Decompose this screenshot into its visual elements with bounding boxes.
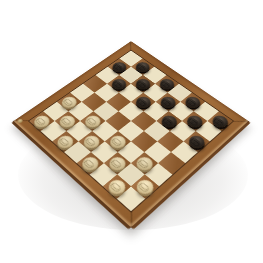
photo-scene: ⛂⛂⛂⛂⛂⛂⛂⛂⛂⛂⛂⛂⛀⛀⛀⛀⛀⛀⛀⛀⛀⛀⛀⛀ [0, 0, 263, 263]
dark-man-glyph-icon: ⛂ [134, 77, 151, 90]
frame-mitre-joint [233, 121, 248, 122]
frame-mitre-joint [130, 41, 131, 50]
light-man-glyph-icon: ⛀ [135, 178, 155, 195]
brass-hinge-icon [16, 118, 23, 123]
frame-mitre-joint [131, 212, 132, 228]
